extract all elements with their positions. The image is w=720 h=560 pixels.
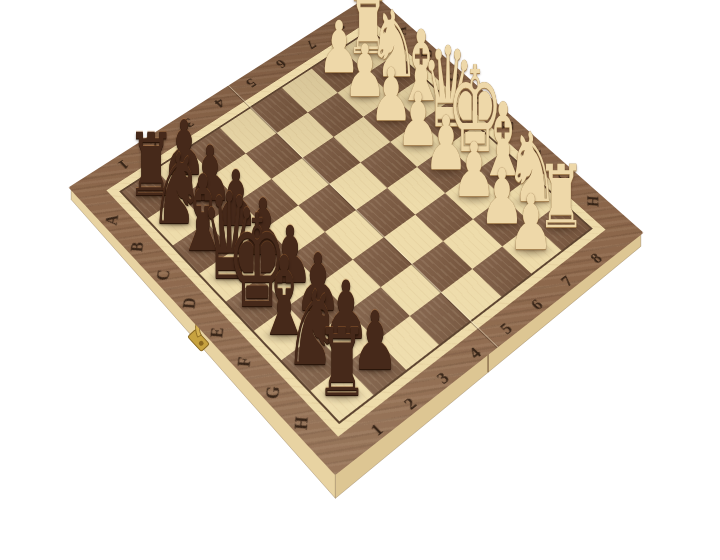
row-label-left-F: F (235, 356, 254, 367)
row-label-left-C: C (153, 269, 172, 281)
row-label-left-E: E (207, 326, 226, 338)
row-label-left-A: A (102, 214, 121, 226)
row-label-right-F: F (527, 146, 543, 155)
row-label-right-G: G (556, 170, 573, 182)
row-label-right-C: C (445, 72, 461, 82)
row-label-right-D: D (472, 96, 488, 106)
row-label-right-E: E (499, 120, 515, 130)
row-label-left-H: H (292, 416, 312, 430)
row-label-left-G: G (263, 385, 283, 399)
row-label-left-B: B (128, 242, 147, 253)
row-label-right-H: H (585, 195, 602, 207)
chess-set-photo: AA11BB22CC33DD44EE55FF66GG77HH88 ♜♞♝♛♚♝♞… (0, 0, 720, 560)
row-label-left-D: D (180, 297, 199, 309)
row-label-right-B: B (419, 49, 435, 58)
row-label-right-A: A (393, 26, 409, 36)
